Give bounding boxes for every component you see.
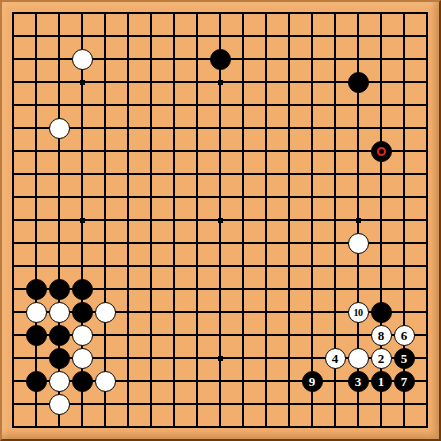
cell-F14[interactable] xyxy=(117,117,140,140)
cell-P10[interactable] xyxy=(324,209,347,232)
cell-N18[interactable] xyxy=(278,25,301,48)
cell-H18[interactable] xyxy=(163,25,186,48)
cell-O7[interactable] xyxy=(301,278,324,301)
cell-R4[interactable]: 2 xyxy=(370,347,393,370)
cell-Q14[interactable] xyxy=(347,117,370,140)
cell-D16[interactable] xyxy=(71,71,94,94)
cell-P7[interactable] xyxy=(324,278,347,301)
cell-K14[interactable] xyxy=(209,117,232,140)
cell-S12[interactable] xyxy=(393,163,416,186)
cell-B2[interactable] xyxy=(25,393,48,416)
cell-J16[interactable] xyxy=(186,71,209,94)
cell-K13[interactable] xyxy=(209,140,232,163)
cell-S16[interactable] xyxy=(393,71,416,94)
cell-R5[interactable]: 8 xyxy=(370,324,393,347)
cell-F5[interactable] xyxy=(117,324,140,347)
cell-D19[interactable] xyxy=(71,2,94,25)
cell-T16[interactable] xyxy=(416,71,439,94)
cell-B12[interactable] xyxy=(25,163,48,186)
cell-G2[interactable] xyxy=(140,393,163,416)
cell-A9[interactable] xyxy=(2,232,25,255)
cell-C5[interactable] xyxy=(48,324,71,347)
cell-Q13[interactable] xyxy=(347,140,370,163)
cell-A8[interactable] xyxy=(2,255,25,278)
cell-J6[interactable] xyxy=(186,301,209,324)
cell-Q19[interactable] xyxy=(347,2,370,25)
cell-S7[interactable] xyxy=(393,278,416,301)
cell-G19[interactable] xyxy=(140,2,163,25)
cell-R10[interactable] xyxy=(370,209,393,232)
cell-F13[interactable] xyxy=(117,140,140,163)
cell-M3[interactable] xyxy=(255,370,278,393)
cell-O12[interactable] xyxy=(301,163,324,186)
cell-R14[interactable] xyxy=(370,117,393,140)
cell-K2[interactable] xyxy=(209,393,232,416)
cell-N8[interactable] xyxy=(278,255,301,278)
cell-N10[interactable] xyxy=(278,209,301,232)
cell-C16[interactable] xyxy=(48,71,71,94)
cell-L2[interactable] xyxy=(232,393,255,416)
cell-P8[interactable] xyxy=(324,255,347,278)
cell-B4[interactable] xyxy=(25,347,48,370)
cell-G18[interactable] xyxy=(140,25,163,48)
cell-C4[interactable] xyxy=(48,347,71,370)
cell-T7[interactable] xyxy=(416,278,439,301)
cell-M8[interactable] xyxy=(255,255,278,278)
cell-L16[interactable] xyxy=(232,71,255,94)
cell-C10[interactable] xyxy=(48,209,71,232)
cell-D10[interactable] xyxy=(71,209,94,232)
cell-B18[interactable] xyxy=(25,25,48,48)
cell-T4[interactable] xyxy=(416,347,439,370)
cell-R17[interactable] xyxy=(370,48,393,71)
cell-R11[interactable] xyxy=(370,186,393,209)
cell-T19[interactable] xyxy=(416,2,439,25)
cell-F11[interactable] xyxy=(117,186,140,209)
cell-E2[interactable] xyxy=(94,393,117,416)
cell-C1[interactable] xyxy=(48,416,71,439)
cell-A10[interactable] xyxy=(2,209,25,232)
cell-F18[interactable] xyxy=(117,25,140,48)
cell-B7[interactable] xyxy=(25,278,48,301)
cell-R16[interactable] xyxy=(370,71,393,94)
cell-C11[interactable] xyxy=(48,186,71,209)
cell-J14[interactable] xyxy=(186,117,209,140)
cell-L6[interactable] xyxy=(232,301,255,324)
cell-K8[interactable] xyxy=(209,255,232,278)
cell-D6[interactable] xyxy=(71,301,94,324)
cell-H2[interactable] xyxy=(163,393,186,416)
cell-E5[interactable] xyxy=(94,324,117,347)
cell-J3[interactable] xyxy=(186,370,209,393)
cell-F2[interactable] xyxy=(117,393,140,416)
cell-M6[interactable] xyxy=(255,301,278,324)
cell-D17[interactable] xyxy=(71,48,94,71)
cell-N4[interactable] xyxy=(278,347,301,370)
cell-R15[interactable] xyxy=(370,94,393,117)
cell-E3[interactable] xyxy=(94,370,117,393)
cell-P2[interactable] xyxy=(324,393,347,416)
cell-K12[interactable] xyxy=(209,163,232,186)
cell-H7[interactable] xyxy=(163,278,186,301)
cell-H6[interactable] xyxy=(163,301,186,324)
cell-T2[interactable] xyxy=(416,393,439,416)
cell-M14[interactable] xyxy=(255,117,278,140)
cell-C3[interactable] xyxy=(48,370,71,393)
cell-S11[interactable] xyxy=(393,186,416,209)
cell-L15[interactable] xyxy=(232,94,255,117)
cell-D7[interactable] xyxy=(71,278,94,301)
cell-H13[interactable] xyxy=(163,140,186,163)
cell-S10[interactable] xyxy=(393,209,416,232)
cell-Q17[interactable] xyxy=(347,48,370,71)
cell-K11[interactable] xyxy=(209,186,232,209)
cell-E13[interactable] xyxy=(94,140,117,163)
cell-S14[interactable] xyxy=(393,117,416,140)
cell-A16[interactable] xyxy=(2,71,25,94)
cell-L1[interactable] xyxy=(232,416,255,439)
cell-P11[interactable] xyxy=(324,186,347,209)
cell-S8[interactable] xyxy=(393,255,416,278)
cell-G3[interactable] xyxy=(140,370,163,393)
cell-D5[interactable] xyxy=(71,324,94,347)
cell-B1[interactable] xyxy=(25,416,48,439)
cell-O5[interactable] xyxy=(301,324,324,347)
cell-A7[interactable] xyxy=(2,278,25,301)
cell-K15[interactable] xyxy=(209,94,232,117)
cell-T8[interactable] xyxy=(416,255,439,278)
cell-Q16[interactable] xyxy=(347,71,370,94)
cell-C8[interactable] xyxy=(48,255,71,278)
cell-S3[interactable]: 7 xyxy=(393,370,416,393)
cell-B15[interactable] xyxy=(25,94,48,117)
cell-L13[interactable] xyxy=(232,140,255,163)
cell-J12[interactable] xyxy=(186,163,209,186)
cell-E14[interactable] xyxy=(94,117,117,140)
cell-B11[interactable] xyxy=(25,186,48,209)
cell-E1[interactable] xyxy=(94,416,117,439)
cell-J1[interactable] xyxy=(186,416,209,439)
cell-B19[interactable] xyxy=(25,2,48,25)
cell-R9[interactable] xyxy=(370,232,393,255)
cell-P17[interactable] xyxy=(324,48,347,71)
cell-F15[interactable] xyxy=(117,94,140,117)
cell-F4[interactable] xyxy=(117,347,140,370)
cell-L19[interactable] xyxy=(232,2,255,25)
cell-M5[interactable] xyxy=(255,324,278,347)
cell-B5[interactable] xyxy=(25,324,48,347)
cell-K5[interactable] xyxy=(209,324,232,347)
cell-S9[interactable] xyxy=(393,232,416,255)
cell-A17[interactable] xyxy=(2,48,25,71)
cell-D14[interactable] xyxy=(71,117,94,140)
cell-J5[interactable] xyxy=(186,324,209,347)
cell-M4[interactable] xyxy=(255,347,278,370)
cell-S19[interactable] xyxy=(393,2,416,25)
cell-S4[interactable]: 5 xyxy=(393,347,416,370)
cell-M16[interactable] xyxy=(255,71,278,94)
cell-M19[interactable] xyxy=(255,2,278,25)
cell-H15[interactable] xyxy=(163,94,186,117)
cell-C17[interactable] xyxy=(48,48,71,71)
cell-P5[interactable] xyxy=(324,324,347,347)
cell-R12[interactable] xyxy=(370,163,393,186)
cell-T1[interactable] xyxy=(416,416,439,439)
cell-N12[interactable] xyxy=(278,163,301,186)
cell-E12[interactable] xyxy=(94,163,117,186)
cell-M9[interactable] xyxy=(255,232,278,255)
cell-E10[interactable] xyxy=(94,209,117,232)
cell-E18[interactable] xyxy=(94,25,117,48)
cell-B10[interactable] xyxy=(25,209,48,232)
cell-D18[interactable] xyxy=(71,25,94,48)
cell-E8[interactable] xyxy=(94,255,117,278)
cell-O15[interactable] xyxy=(301,94,324,117)
cell-A19[interactable] xyxy=(2,2,25,25)
cell-K1[interactable] xyxy=(209,416,232,439)
cell-C12[interactable] xyxy=(48,163,71,186)
cell-S13[interactable] xyxy=(393,140,416,163)
cell-H10[interactable] xyxy=(163,209,186,232)
cell-P4[interactable]: 4 xyxy=(324,347,347,370)
cell-H1[interactable] xyxy=(163,416,186,439)
cell-A3[interactable] xyxy=(2,370,25,393)
cell-T5[interactable] xyxy=(416,324,439,347)
cell-E4[interactable] xyxy=(94,347,117,370)
cell-P16[interactable] xyxy=(324,71,347,94)
cell-O10[interactable] xyxy=(301,209,324,232)
cell-N11[interactable] xyxy=(278,186,301,209)
cell-H3[interactable] xyxy=(163,370,186,393)
cell-G1[interactable] xyxy=(140,416,163,439)
cell-M11[interactable] xyxy=(255,186,278,209)
cell-A15[interactable] xyxy=(2,94,25,117)
cell-Q9[interactable] xyxy=(347,232,370,255)
cell-C7[interactable] xyxy=(48,278,71,301)
cell-L9[interactable] xyxy=(232,232,255,255)
cell-G9[interactable] xyxy=(140,232,163,255)
cell-S6[interactable] xyxy=(393,301,416,324)
cell-D13[interactable] xyxy=(71,140,94,163)
cell-S15[interactable] xyxy=(393,94,416,117)
cell-D12[interactable] xyxy=(71,163,94,186)
cell-B6[interactable] xyxy=(25,301,48,324)
cell-B17[interactable] xyxy=(25,48,48,71)
cell-Q12[interactable] xyxy=(347,163,370,186)
cell-C6[interactable] xyxy=(48,301,71,324)
cell-T18[interactable] xyxy=(416,25,439,48)
cell-J19[interactable] xyxy=(186,2,209,25)
cell-O18[interactable] xyxy=(301,25,324,48)
cell-J7[interactable] xyxy=(186,278,209,301)
cell-O16[interactable] xyxy=(301,71,324,94)
cell-R8[interactable] xyxy=(370,255,393,278)
cell-C9[interactable] xyxy=(48,232,71,255)
cell-L4[interactable] xyxy=(232,347,255,370)
cell-G16[interactable] xyxy=(140,71,163,94)
cell-P14[interactable] xyxy=(324,117,347,140)
cell-J4[interactable] xyxy=(186,347,209,370)
cell-M7[interactable] xyxy=(255,278,278,301)
cell-Q5[interactable] xyxy=(347,324,370,347)
cell-F7[interactable] xyxy=(117,278,140,301)
cell-G12[interactable] xyxy=(140,163,163,186)
cell-R13[interactable] xyxy=(370,140,393,163)
cell-P3[interactable] xyxy=(324,370,347,393)
cell-S17[interactable] xyxy=(393,48,416,71)
cell-Q15[interactable] xyxy=(347,94,370,117)
cell-O13[interactable] xyxy=(301,140,324,163)
cell-T14[interactable] xyxy=(416,117,439,140)
cell-M12[interactable] xyxy=(255,163,278,186)
cell-N3[interactable] xyxy=(278,370,301,393)
cell-D1[interactable] xyxy=(71,416,94,439)
cell-P18[interactable] xyxy=(324,25,347,48)
cell-Q1[interactable] xyxy=(347,416,370,439)
cell-T12[interactable] xyxy=(416,163,439,186)
cell-O4[interactable] xyxy=(301,347,324,370)
cell-F19[interactable] xyxy=(117,2,140,25)
cell-Q3[interactable]: 3 xyxy=(347,370,370,393)
cell-P12[interactable] xyxy=(324,163,347,186)
cell-N17[interactable] xyxy=(278,48,301,71)
cell-C18[interactable] xyxy=(48,25,71,48)
cell-K6[interactable] xyxy=(209,301,232,324)
cell-H5[interactable] xyxy=(163,324,186,347)
cell-T3[interactable] xyxy=(416,370,439,393)
cell-M17[interactable] xyxy=(255,48,278,71)
cell-T15[interactable] xyxy=(416,94,439,117)
cell-F8[interactable] xyxy=(117,255,140,278)
cell-N1[interactable] xyxy=(278,416,301,439)
cell-Q10[interactable] xyxy=(347,209,370,232)
cell-A12[interactable] xyxy=(2,163,25,186)
cell-A1[interactable] xyxy=(2,416,25,439)
cell-D9[interactable] xyxy=(71,232,94,255)
cell-D8[interactable] xyxy=(71,255,94,278)
cell-P1[interactable] xyxy=(324,416,347,439)
cell-N13[interactable] xyxy=(278,140,301,163)
cell-F17[interactable] xyxy=(117,48,140,71)
cell-G14[interactable] xyxy=(140,117,163,140)
cell-B16[interactable] xyxy=(25,71,48,94)
cell-O6[interactable] xyxy=(301,301,324,324)
cell-A14[interactable] xyxy=(2,117,25,140)
cell-L10[interactable] xyxy=(232,209,255,232)
cell-L11[interactable] xyxy=(232,186,255,209)
cell-M1[interactable] xyxy=(255,416,278,439)
cell-T17[interactable] xyxy=(416,48,439,71)
cell-L8[interactable] xyxy=(232,255,255,278)
cell-H12[interactable] xyxy=(163,163,186,186)
cell-N14[interactable] xyxy=(278,117,301,140)
cell-O3[interactable]: 9 xyxy=(301,370,324,393)
cell-O17[interactable] xyxy=(301,48,324,71)
cell-M10[interactable] xyxy=(255,209,278,232)
cell-H14[interactable] xyxy=(163,117,186,140)
cell-N9[interactable] xyxy=(278,232,301,255)
cell-L14[interactable] xyxy=(232,117,255,140)
cell-E7[interactable] xyxy=(94,278,117,301)
cell-R2[interactable] xyxy=(370,393,393,416)
cell-S2[interactable] xyxy=(393,393,416,416)
cell-N5[interactable] xyxy=(278,324,301,347)
cell-P15[interactable] xyxy=(324,94,347,117)
cell-B14[interactable] xyxy=(25,117,48,140)
cell-R6[interactable] xyxy=(370,301,393,324)
cell-F6[interactable] xyxy=(117,301,140,324)
cell-E17[interactable] xyxy=(94,48,117,71)
cell-C15[interactable] xyxy=(48,94,71,117)
cell-O9[interactable] xyxy=(301,232,324,255)
cell-J8[interactable] xyxy=(186,255,209,278)
cell-C14[interactable] xyxy=(48,117,71,140)
cell-L7[interactable] xyxy=(232,278,255,301)
cell-A4[interactable] xyxy=(2,347,25,370)
cell-G10[interactable] xyxy=(140,209,163,232)
cell-N2[interactable] xyxy=(278,393,301,416)
cell-M15[interactable] xyxy=(255,94,278,117)
cell-F16[interactable] xyxy=(117,71,140,94)
cell-A6[interactable] xyxy=(2,301,25,324)
cell-J13[interactable] xyxy=(186,140,209,163)
cell-T11[interactable] xyxy=(416,186,439,209)
cell-H8[interactable] xyxy=(163,255,186,278)
cell-C13[interactable] xyxy=(48,140,71,163)
cell-G15[interactable] xyxy=(140,94,163,117)
cell-L3[interactable] xyxy=(232,370,255,393)
cell-M18[interactable] xyxy=(255,25,278,48)
cell-M13[interactable] xyxy=(255,140,278,163)
cell-B9[interactable] xyxy=(25,232,48,255)
cell-C2[interactable] xyxy=(48,393,71,416)
cell-G13[interactable] xyxy=(140,140,163,163)
cell-Q2[interactable] xyxy=(347,393,370,416)
cell-K7[interactable] xyxy=(209,278,232,301)
cell-O14[interactable] xyxy=(301,117,324,140)
cell-A13[interactable] xyxy=(2,140,25,163)
cell-J11[interactable] xyxy=(186,186,209,209)
cell-D15[interactable] xyxy=(71,94,94,117)
cell-H9[interactable] xyxy=(163,232,186,255)
cell-O19[interactable] xyxy=(301,2,324,25)
cell-R19[interactable] xyxy=(370,2,393,25)
cell-T10[interactable] xyxy=(416,209,439,232)
cell-Q6[interactable]: 10 xyxy=(347,301,370,324)
cell-N16[interactable] xyxy=(278,71,301,94)
cell-G8[interactable] xyxy=(140,255,163,278)
cell-Q18[interactable] xyxy=(347,25,370,48)
cell-R1[interactable] xyxy=(370,416,393,439)
cell-J18[interactable] xyxy=(186,25,209,48)
cell-K10[interactable] xyxy=(209,209,232,232)
cell-G7[interactable] xyxy=(140,278,163,301)
cell-D4[interactable] xyxy=(71,347,94,370)
cell-H16[interactable] xyxy=(163,71,186,94)
cell-F12[interactable] xyxy=(117,163,140,186)
cell-J15[interactable] xyxy=(186,94,209,117)
cell-D3[interactable] xyxy=(71,370,94,393)
cell-K17[interactable] xyxy=(209,48,232,71)
cell-G5[interactable] xyxy=(140,324,163,347)
cell-E19[interactable] xyxy=(94,2,117,25)
cell-S1[interactable] xyxy=(393,416,416,439)
cell-C19[interactable] xyxy=(48,2,71,25)
cell-N15[interactable] xyxy=(278,94,301,117)
cell-Q8[interactable] xyxy=(347,255,370,278)
cell-F9[interactable] xyxy=(117,232,140,255)
cell-E15[interactable] xyxy=(94,94,117,117)
